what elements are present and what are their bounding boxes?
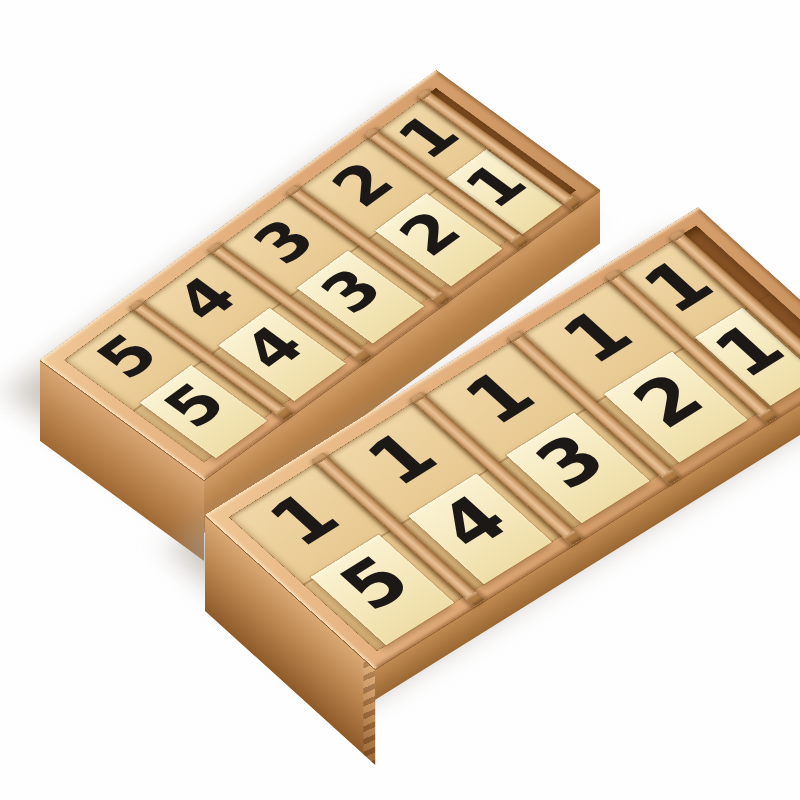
product-photo-scene: 1 1 2 2 3 3 4 4 5 5 <box>0 0 800 800</box>
finger-joint-detail <box>363 659 375 765</box>
